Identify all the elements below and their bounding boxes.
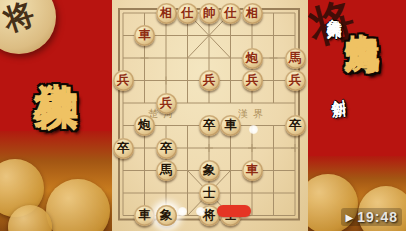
piece-red-兵: 兵 [113,70,134,91]
left-pieces-photo [0,131,112,231]
piece-red-炮: 炮 [242,48,263,69]
piece-black-炮: 炮 [134,115,155,136]
left-main-title: 大神象棋 [34,46,79,50]
piece-black-卒: 卒 [113,138,134,159]
corner-piece-glyph: 将 [0,0,40,41]
piece-red-兵: 兵 [285,70,306,91]
right-title-panel: 将 象棋大师 创新 中炮对屏风马 [308,0,406,231]
piece-black-士: 士 [220,205,241,226]
piece-red-車: 車 [134,25,155,46]
piece-red-帥: 帥 [199,3,220,24]
piece-red-兵: 兵 [242,70,263,91]
right-main-title: 中炮对屏风马 [345,5,380,17]
piece-red-相: 相 [242,3,263,24]
right-subtitle-2: 创新 [326,87,345,94]
piece-red-仕: 仕 [220,3,241,24]
duration-text: 19:48 [357,209,398,225]
video-duration-badge: ▶ 19:48 [341,208,402,226]
piece-black-馬: 馬 [156,160,177,181]
piece-black-卒: 卒 [285,115,306,136]
piece-red-馬: 馬 [285,48,306,69]
piece-red-兵: 兵 [199,70,220,91]
right-subtitle: 象棋大师 [324,7,343,15]
video-thumbnail[interactable]: 将 大神象棋 楚河 漢界 相仕帥仕相車炮馬兵兵兵兵兵車炮卒車卒卒卒馬象士車象将士… [0,0,406,231]
piece-grid: 相仕帥仕相車炮馬兵兵兵兵兵車炮卒車卒卒卒馬象士車象将士 [112,2,306,227]
piece-red-仕: 仕 [177,3,198,24]
left-title-panel: 将 大神象棋 [0,0,112,231]
play-icon: ▶ [345,212,353,223]
piece-red-兵: 兵 [156,93,177,114]
piece-black-将: 将 [199,205,220,226]
piece-black-車: 車 [220,115,241,136]
piece-red-相: 相 [156,3,177,24]
xiangqi-board: 楚河 漢界 相仕帥仕相車炮馬兵兵兵兵兵車炮卒車卒卒卒馬象士車象将士 [112,0,308,231]
piece-black-卒: 卒 [156,138,177,159]
piece-black-士: 士 [199,183,220,204]
piece-black-象: 象 [156,205,177,226]
piece-black-卒: 卒 [199,115,220,136]
piece-black-車: 車 [134,205,155,226]
piece-black-象: 象 [199,160,220,181]
piece-red-車: 車 [242,160,263,181]
